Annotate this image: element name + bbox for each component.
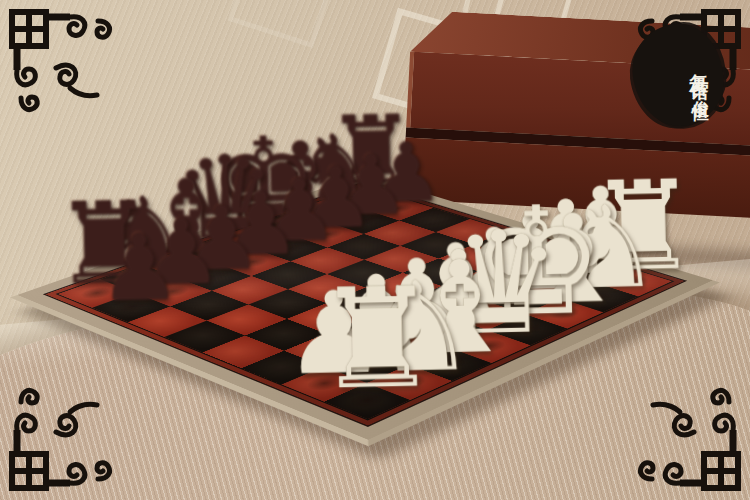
corner-ornament-icon — [4, 4, 154, 154]
product-photo-stage: ♜♞♝♛♚♝♞♜♟♟♟♟♟♟♟♟♟♟♟♟♟♟♟♟♜♞♝♛♚♝♞♜ 复古馆 — [0, 0, 750, 500]
corner-ornament-icon — [4, 346, 154, 496]
seal-column-right: 复古馆 — [643, 59, 713, 68]
seal-text: 复古馆 俊恒 — [643, 30, 713, 120]
seal-column-left: 俊恒 — [643, 86, 713, 94]
corner-ornament-icon — [596, 346, 746, 496]
black-pawn[interactable]: ♟ — [98, 223, 182, 312]
white-rook[interactable]: ♜ — [314, 273, 440, 407]
square-a1[interactable]: ♜ — [324, 383, 410, 419]
shop-seal-logo: 复古馆 俊恒 — [633, 24, 723, 126]
